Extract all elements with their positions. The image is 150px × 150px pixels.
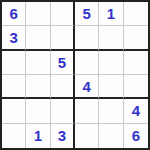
cell-r5c4[interactable] xyxy=(75,99,99,123)
cell-r5c3[interactable] xyxy=(51,99,75,123)
sudoku-board: 6513544136 xyxy=(0,0,150,150)
cell-r1c3[interactable] xyxy=(51,2,75,26)
cell-r4c6[interactable] xyxy=(124,75,148,99)
cell-r4c1[interactable] xyxy=(2,75,26,99)
cell-r2c1[interactable]: 3 xyxy=(2,26,26,50)
cell-r5c5[interactable] xyxy=(99,99,123,123)
cell-r5c1[interactable] xyxy=(2,99,26,123)
cell-r1c4[interactable]: 5 xyxy=(75,2,99,26)
cell-r1c1[interactable]: 6 xyxy=(2,2,26,26)
cell-r4c5[interactable] xyxy=(99,75,123,99)
cell-r4c4[interactable]: 4 xyxy=(75,75,99,99)
cell-r6c4[interactable] xyxy=(75,124,99,148)
cell-r4c3[interactable] xyxy=(51,75,75,99)
cell-r5c6[interactable]: 4 xyxy=(124,99,148,123)
cell-r1c6[interactable] xyxy=(124,2,148,26)
cell-r3c6[interactable] xyxy=(124,51,148,75)
cell-r3c1[interactable] xyxy=(2,51,26,75)
cell-r2c4[interactable] xyxy=(75,26,99,50)
cell-r6c6[interactable]: 6 xyxy=(124,124,148,148)
cell-r3c2[interactable] xyxy=(26,51,50,75)
cell-r3c4[interactable] xyxy=(75,51,99,75)
cell-r6c1[interactable] xyxy=(2,124,26,148)
cell-r3c3[interactable]: 5 xyxy=(51,51,75,75)
cell-r4c2[interactable] xyxy=(26,75,50,99)
cell-r2c3[interactable] xyxy=(51,26,75,50)
cell-r6c2[interactable]: 1 xyxy=(26,124,50,148)
cell-r6c3[interactable]: 3 xyxy=(51,124,75,148)
cell-r2c5[interactable] xyxy=(99,26,123,50)
cell-r2c2[interactable] xyxy=(26,26,50,50)
cell-r1c5[interactable]: 1 xyxy=(99,2,123,26)
cell-r6c5[interactable] xyxy=(99,124,123,148)
cell-r3c5[interactable] xyxy=(99,51,123,75)
cell-r2c6[interactable] xyxy=(124,26,148,50)
cell-r5c2[interactable] xyxy=(26,99,50,123)
cell-r1c2[interactable] xyxy=(26,2,50,26)
